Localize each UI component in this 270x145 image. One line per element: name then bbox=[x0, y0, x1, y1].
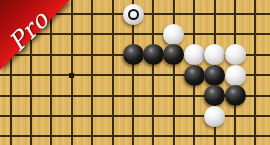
white-stone[interactable] bbox=[204, 44, 225, 65]
white-stone[interactable] bbox=[225, 44, 246, 65]
white-stone[interactable] bbox=[163, 24, 184, 45]
black-stone[interactable] bbox=[184, 65, 205, 86]
white-stone[interactable] bbox=[204, 106, 225, 127]
star-point bbox=[69, 73, 74, 78]
black-stone[interactable] bbox=[225, 85, 246, 106]
go-board[interactable] bbox=[0, 0, 270, 145]
black-stone[interactable] bbox=[143, 44, 164, 65]
white-stone[interactable] bbox=[123, 4, 144, 25]
circle-marker bbox=[128, 9, 139, 20]
black-stone[interactable] bbox=[123, 44, 144, 65]
black-stone[interactable] bbox=[204, 65, 225, 86]
black-stone[interactable] bbox=[204, 85, 225, 106]
white-stone[interactable] bbox=[184, 44, 205, 65]
white-stone[interactable] bbox=[225, 65, 246, 86]
app-screen: Pro bbox=[0, 0, 270, 145]
black-stone[interactable] bbox=[163, 44, 184, 65]
